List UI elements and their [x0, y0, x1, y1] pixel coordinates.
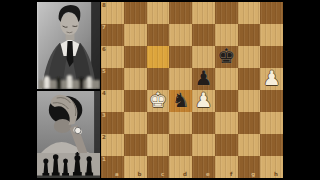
square-e2[interactable]: [192, 134, 215, 156]
black-king[interactable]: ♚: [215, 45, 238, 67]
square-g7[interactable]: [238, 24, 261, 46]
square-c3[interactable]: [147, 112, 170, 134]
square-b1[interactable]: b: [124, 156, 147, 178]
square-e5[interactable]: ♟: [192, 68, 215, 90]
rank-label-4: 4: [102, 91, 106, 97]
square-g2[interactable]: [238, 134, 261, 156]
square-h1[interactable]: h: [260, 156, 283, 178]
square-f2[interactable]: [215, 134, 238, 156]
square-f5[interactable]: [215, 68, 238, 90]
photo-bottom-illustration: [37, 91, 100, 178]
black-pawn[interactable]: ♟: [192, 67, 215, 89]
square-c6[interactable]: [147, 46, 170, 68]
white-pawn[interactable]: ♟: [192, 89, 215, 111]
square-a5[interactable]: 5: [101, 68, 124, 90]
rank-label-5: 5: [102, 69, 106, 75]
square-h5[interactable]: ♟: [260, 68, 283, 90]
square-g4[interactable]: [238, 90, 261, 112]
file-label-g: g: [251, 172, 255, 178]
file-label-f: f: [230, 172, 232, 178]
square-a2[interactable]: 2: [101, 134, 124, 156]
rank-label-1: 1: [102, 157, 106, 163]
square-g3[interactable]: [238, 112, 261, 134]
chess-board: 876♚5♟♟4♚♞♟321abcdefgh: [101, 2, 283, 178]
square-d1[interactable]: d: [169, 156, 192, 178]
square-e1[interactable]: e: [192, 156, 215, 178]
square-h3[interactable]: [260, 112, 283, 134]
face-shape: [54, 119, 72, 133]
photo-player-bottom: [37, 91, 100, 178]
square-a7[interactable]: 7: [101, 24, 124, 46]
square-e7[interactable]: [192, 24, 215, 46]
photo-top-illustration: [37, 2, 100, 89]
square-c2[interactable]: [147, 134, 170, 156]
rank-label-8: 8: [102, 3, 106, 9]
square-b4[interactable]: [124, 90, 147, 112]
square-f7[interactable]: [215, 24, 238, 46]
blurred-chess-pieces: [37, 75, 100, 89]
square-b2[interactable]: [124, 134, 147, 156]
square-f6[interactable]: ♚: [215, 46, 238, 68]
file-label-b: b: [138, 172, 142, 178]
wristwatch-shape: [75, 127, 81, 133]
white-pawn[interactable]: ♟: [260, 67, 283, 89]
square-d2[interactable]: [169, 134, 192, 156]
photo-column: [37, 2, 100, 178]
square-b5[interactable]: [124, 68, 147, 90]
square-a4[interactable]: 4: [101, 90, 124, 112]
file-label-e: e: [206, 172, 210, 178]
square-d7[interactable]: [169, 24, 192, 46]
square-b6[interactable]: [124, 46, 147, 68]
black-knight[interactable]: ♞: [169, 89, 192, 111]
square-f3[interactable]: [215, 112, 238, 134]
square-g8[interactable]: [238, 2, 261, 24]
file-label-c: c: [161, 172, 164, 178]
square-g5[interactable]: [238, 68, 261, 90]
square-e6[interactable]: [192, 46, 215, 68]
file-label-a: a: [115, 172, 119, 178]
face-shape: [60, 13, 79, 35]
square-e3[interactable]: [192, 112, 215, 134]
file-label-h: h: [274, 172, 278, 178]
square-c7[interactable]: [147, 24, 170, 46]
square-c8[interactable]: [147, 2, 170, 24]
square-e4[interactable]: ♟: [192, 90, 215, 112]
square-a6[interactable]: 6: [101, 46, 124, 68]
square-h6[interactable]: [260, 46, 283, 68]
square-h7[interactable]: [260, 24, 283, 46]
square-c1[interactable]: c: [147, 156, 170, 178]
square-b7[interactable]: [124, 24, 147, 46]
rank-label-6: 6: [102, 47, 106, 53]
square-c4[interactable]: ♚: [147, 90, 170, 112]
square-e8[interactable]: [192, 2, 215, 24]
square-a8[interactable]: 8: [101, 2, 124, 24]
file-label-d: d: [183, 172, 187, 178]
square-f1[interactable]: f: [215, 156, 238, 178]
rank-label-2: 2: [102, 135, 106, 141]
square-h2[interactable]: [260, 134, 283, 156]
thumbnail: 876♚5♟♟4♚♞♟321abcdefgh: [0, 0, 320, 180]
square-g1[interactable]: g: [238, 156, 261, 178]
square-h4[interactable]: [260, 90, 283, 112]
square-a3[interactable]: 3: [101, 112, 124, 134]
square-d8[interactable]: [169, 2, 192, 24]
square-d5[interactable]: [169, 68, 192, 90]
square-b8[interactable]: [124, 2, 147, 24]
square-c5[interactable]: [147, 68, 170, 90]
square-b3[interactable]: [124, 112, 147, 134]
square-f4[interactable]: [215, 90, 238, 112]
square-f8[interactable]: [215, 2, 238, 24]
square-a1[interactable]: 1a: [101, 156, 124, 178]
rank-label-7: 7: [102, 25, 106, 31]
photo-player-top: [37, 2, 100, 89]
square-g6[interactable]: [238, 46, 261, 68]
square-d3[interactable]: [169, 112, 192, 134]
square-d4[interactable]: ♞: [169, 90, 192, 112]
white-king[interactable]: ♚: [147, 89, 170, 111]
square-h8[interactable]: [260, 2, 283, 24]
square-d6[interactable]: [169, 46, 192, 68]
rank-label-3: 3: [102, 113, 106, 119]
